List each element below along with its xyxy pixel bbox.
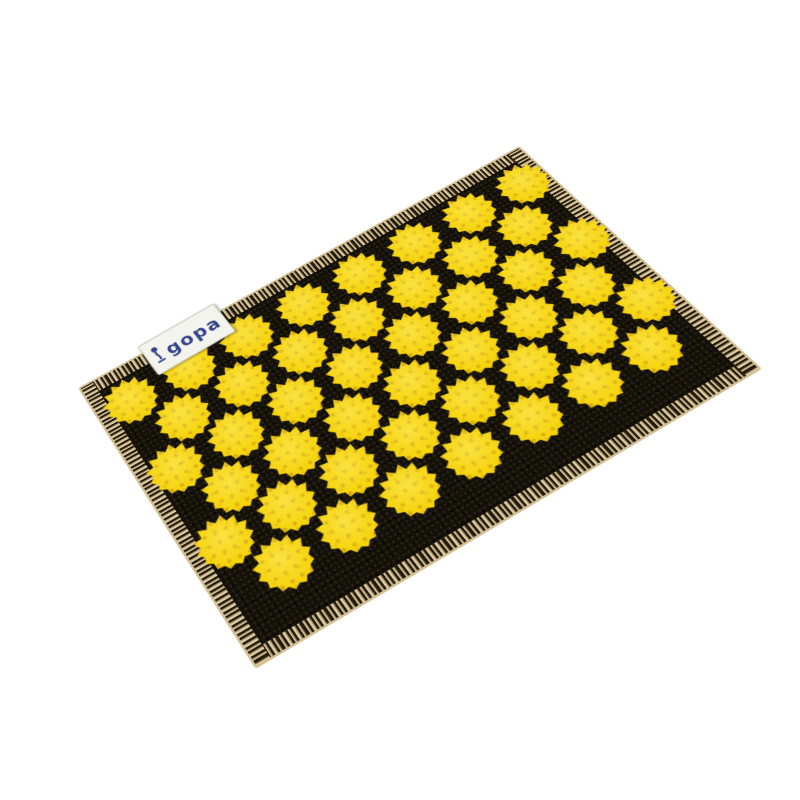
acupressure-mat: gopa [78, 146, 762, 669]
spike-disc [179, 500, 274, 587]
product-photo-canvas: gopa [0, 0, 800, 800]
disc-grid [81, 148, 759, 665]
